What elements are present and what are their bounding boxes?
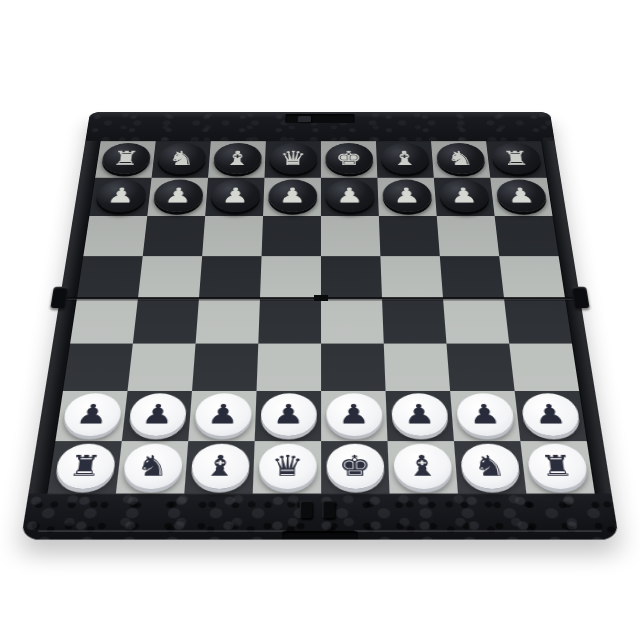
square-d7[interactable]: ♟	[263, 178, 321, 216]
square-b8[interactable]: ♞	[152, 141, 211, 177]
hinge-knob-left	[50, 287, 68, 308]
square-c5[interactable]	[199, 256, 262, 298]
square-h5[interactable]	[499, 256, 565, 298]
square-b6[interactable]	[143, 216, 205, 256]
square-c1[interactable]: ♝	[184, 441, 254, 494]
piece-black-knight-g8[interactable]: ♞	[435, 143, 485, 174]
square-g2[interactable]: ♟	[450, 391, 520, 441]
black-pawn-glyph: ♟	[448, 179, 479, 212]
piece-white-pawn-g2[interactable]: ♟	[455, 393, 515, 436]
square-f5[interactable]	[380, 256, 443, 298]
piece-black-queen-d8[interactable]: ♛	[269, 143, 317, 174]
square-a4[interactable]	[70, 299, 138, 344]
piece-black-bishop-f8[interactable]: ♝	[380, 143, 429, 174]
square-a8[interactable]: ♜	[95, 141, 156, 177]
square-b3[interactable]	[127, 344, 195, 391]
folding-chess-case: ♜♞♝♛♚♝♞♜♟♟♟♟♟♟♟♟♟♟♟♟♟♟♟♟♜♞♝♛♚♝♞♜	[21, 112, 619, 539]
black-rook-glyph: ♜	[500, 143, 531, 174]
square-b7[interactable]: ♟	[147, 178, 208, 216]
square-d4[interactable]	[258, 299, 321, 344]
black-pawn-glyph: ♟	[163, 179, 194, 212]
white-rook-glyph: ♜	[538, 443, 577, 488]
black-bishop-glyph: ♝	[390, 143, 419, 174]
piece-white-pawn-a2[interactable]: ♟	[61, 393, 122, 436]
square-d3[interactable]	[257, 344, 322, 391]
piece-white-knight-b1[interactable]: ♞	[121, 443, 183, 488]
square-b2[interactable]: ♟	[122, 391, 192, 441]
hinge-center-notch	[314, 295, 328, 301]
piece-black-king-e8[interactable]: ♚	[325, 143, 373, 174]
piece-white-pawn-e2[interactable]: ♟	[326, 393, 383, 436]
piece-white-bishop-f1[interactable]: ♝	[393, 443, 453, 488]
square-a1[interactable]: ♜	[47, 441, 121, 494]
square-b4[interactable]	[133, 299, 199, 344]
square-f4[interactable]	[382, 299, 446, 344]
piece-black-rook-h8[interactable]: ♜	[490, 143, 542, 174]
square-g8[interactable]: ♞	[431, 141, 490, 177]
black-knight-glyph: ♞	[167, 143, 197, 174]
black-king-glyph: ♚	[335, 143, 363, 174]
square-d8[interactable]: ♛	[264, 141, 320, 177]
black-pawn-glyph: ♟	[220, 179, 250, 212]
hinge-knob-right	[571, 287, 589, 308]
piece-black-pawn-d7[interactable]: ♟	[267, 179, 316, 212]
square-b1[interactable]: ♞	[116, 441, 188, 494]
square-c8[interactable]: ♝	[208, 141, 266, 177]
square-e3[interactable]	[321, 344, 386, 391]
square-g3[interactable]	[446, 344, 514, 391]
top-latch-tab	[298, 116, 311, 122]
black-rook-glyph: ♜	[110, 143, 141, 174]
square-h4[interactable]	[504, 299, 572, 344]
square-h7[interactable]: ♟	[490, 178, 552, 216]
scene: ♜♞♝♛♚♝♞♜♟♟♟♟♟♟♟♟♟♟♟♟♟♟♟♟♜♞♝♛♚♝♞♜	[0, 0, 640, 640]
piece-white-pawn-c2[interactable]: ♟	[194, 393, 252, 436]
piece-white-pawn-d2[interactable]: ♟	[260, 393, 317, 436]
square-f8[interactable]: ♝	[376, 141, 434, 177]
square-e1[interactable]: ♚	[321, 441, 389, 494]
square-c4[interactable]	[196, 299, 260, 344]
piece-white-queen-d1[interactable]: ♛	[258, 443, 316, 488]
piece-black-pawn-g7[interactable]: ♟	[438, 179, 490, 212]
square-h8[interactable]: ♜	[486, 141, 547, 177]
square-h2[interactable]: ♟	[515, 391, 587, 441]
piece-black-bishop-c8[interactable]: ♝	[212, 143, 261, 174]
square-g1[interactable]: ♞	[454, 441, 527, 494]
white-pawn-glyph: ♟	[402, 393, 436, 436]
chess-board: ♜♞♝♛♚♝♞♜♟♟♟♟♟♟♟♟♟♟♟♟♟♟♟♟♜♞♝♛♚♝♞♜	[46, 141, 596, 496]
bottom-latch-tab-left	[300, 501, 313, 518]
square-g6[interactable]	[437, 216, 499, 256]
square-c3[interactable]	[192, 344, 258, 391]
square-e6[interactable]	[321, 216, 380, 256]
square-g4[interactable]	[443, 299, 509, 344]
piece-black-pawn-e7[interactable]: ♟	[325, 179, 374, 212]
bottom-edge-notch	[282, 531, 358, 539]
black-queen-glyph: ♛	[279, 143, 307, 174]
black-pawn-glyph: ♟	[278, 179, 306, 212]
square-c2[interactable]: ♟	[188, 391, 256, 441]
black-pawn-glyph: ♟	[392, 179, 422, 212]
black-pawn-glyph: ♟	[105, 179, 137, 212]
square-f1[interactable]: ♝	[388, 441, 458, 494]
piece-black-pawn-c7[interactable]: ♟	[210, 179, 261, 212]
black-knight-glyph: ♞	[445, 143, 475, 174]
black-bishop-glyph: ♝	[223, 143, 252, 174]
square-e4[interactable]	[321, 299, 384, 344]
square-f3[interactable]	[384, 344, 450, 391]
piece-black-pawn-h7[interactable]: ♟	[495, 179, 548, 212]
piece-white-knight-g1[interactable]: ♞	[459, 443, 521, 488]
white-bishop-glyph: ♝	[202, 443, 237, 488]
white-pawn-glyph: ♟	[206, 393, 240, 436]
piece-black-pawn-f7[interactable]: ♟	[382, 179, 433, 212]
white-knight-glyph: ♞	[134, 443, 171, 488]
white-pawn-glyph: ♟	[531, 393, 568, 436]
piece-black-rook-a8[interactable]: ♜	[100, 143, 152, 174]
square-e5[interactable]	[321, 256, 382, 298]
square-c6[interactable]	[202, 216, 263, 256]
case-bottom-flap	[21, 494, 619, 540]
piece-black-knight-b8[interactable]: ♞	[156, 143, 206, 174]
square-f7[interactable]: ♟	[377, 178, 436, 216]
white-pawn-glyph: ♟	[139, 393, 175, 436]
white-pawn-glyph: ♟	[338, 393, 371, 436]
square-a7[interactable]: ♟	[89, 178, 151, 216]
piece-white-pawn-h2[interactable]: ♟	[520, 393, 581, 436]
square-h3[interactable]	[509, 344, 579, 391]
piece-white-rook-h1[interactable]: ♜	[526, 443, 589, 488]
piece-white-pawn-f2[interactable]: ♟	[390, 393, 448, 436]
board-hinge-line	[61, 297, 582, 301]
square-e2[interactable]: ♟	[321, 391, 387, 441]
white-pawn-glyph: ♟	[467, 393, 503, 436]
square-d6[interactable]	[262, 216, 321, 256]
square-g7[interactable]: ♟	[434, 178, 495, 216]
square-d1[interactable]: ♛	[253, 441, 321, 494]
square-a6[interactable]	[83, 216, 147, 256]
white-king-glyph: ♚	[338, 443, 372, 488]
square-e7[interactable]: ♟	[321, 178, 379, 216]
square-f6[interactable]	[379, 216, 440, 256]
square-h1[interactable]: ♜	[520, 441, 595, 494]
top-latch-recess	[285, 114, 355, 124]
white-rook-glyph: ♜	[66, 443, 105, 488]
square-d5[interactable]	[260, 256, 321, 298]
square-a2[interactable]: ♟	[55, 391, 127, 441]
bottom-latch-tab-right	[322, 501, 335, 518]
square-d2[interactable]: ♟	[255, 391, 321, 441]
square-c7[interactable]: ♟	[205, 178, 264, 216]
piece-white-pawn-b2[interactable]: ♟	[127, 393, 187, 436]
square-f2[interactable]: ♟	[386, 391, 454, 441]
white-pawn-glyph: ♟	[272, 393, 305, 436]
piece-black-pawn-b7[interactable]: ♟	[152, 179, 204, 212]
square-g5[interactable]	[440, 256, 504, 298]
piece-white-bishop-c1[interactable]: ♝	[190, 443, 250, 488]
white-bishop-glyph: ♝	[405, 443, 440, 488]
black-pawn-glyph: ♟	[335, 179, 363, 212]
square-a5[interactable]	[77, 256, 143, 298]
case-top-flap	[85, 112, 554, 141]
square-h6[interactable]	[495, 216, 559, 256]
black-pawn-glyph: ♟	[505, 179, 537, 212]
piece-black-pawn-a7[interactable]: ♟	[94, 179, 147, 212]
product-photo-background: { "game": "chess", "description": "Foldi…	[0, 0, 640, 640]
square-b5[interactable]	[138, 256, 202, 298]
white-queen-glyph: ♛	[270, 443, 304, 488]
piece-white-rook-a1[interactable]: ♜	[53, 443, 116, 488]
white-pawn-glyph: ♟	[73, 393, 110, 436]
piece-white-king-e1[interactable]: ♚	[326, 443, 384, 488]
white-knight-glyph: ♞	[471, 443, 508, 488]
square-e8[interactable]: ♚	[321, 141, 377, 177]
square-a3[interactable]	[63, 344, 133, 391]
